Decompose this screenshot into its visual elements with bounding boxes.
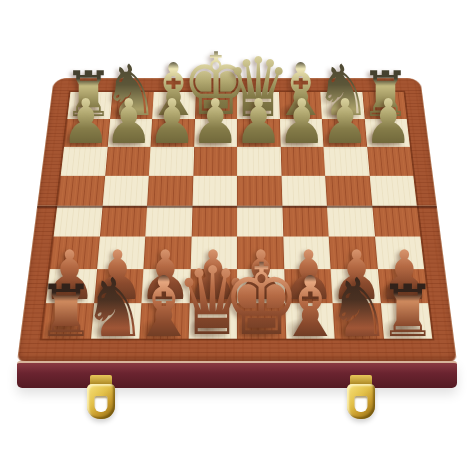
piece-shadow <box>190 318 228 339</box>
square-d1 <box>188 303 237 338</box>
square-e4 <box>237 206 283 237</box>
square-g1 <box>333 303 384 338</box>
square-a4 <box>54 206 103 237</box>
piece-shadow <box>281 103 315 119</box>
square-b6 <box>105 147 151 176</box>
piece-shadow <box>367 130 402 146</box>
piece-shadow <box>239 103 272 119</box>
square-a6 <box>61 147 108 176</box>
piece-shadow <box>239 283 276 303</box>
square-f5 <box>281 175 327 205</box>
piece-shadow <box>191 283 228 303</box>
square-h5 <box>369 175 417 205</box>
board-frame <box>17 78 457 362</box>
board-grid <box>42 92 433 339</box>
piece-shadow <box>381 283 420 303</box>
square-c2 <box>141 269 190 303</box>
latch-loop-icon <box>87 384 115 419</box>
square-e5 <box>237 175 282 205</box>
square-c5 <box>147 175 193 205</box>
square-e2 <box>237 269 285 303</box>
piece-shadow <box>333 283 371 303</box>
piece-shadow <box>48 283 87 303</box>
square-f3 <box>283 237 331 270</box>
square-f4 <box>282 206 329 237</box>
square-b2 <box>94 269 144 303</box>
square-d5 <box>192 175 237 205</box>
square-c7 <box>151 119 195 147</box>
square-a1 <box>42 303 94 338</box>
board-perspective-wrapper <box>17 0 457 362</box>
square-g6 <box>323 147 369 176</box>
square-f7 <box>279 119 323 147</box>
latch-loop-icon <box>347 384 375 419</box>
square-c6 <box>149 147 194 176</box>
square-e7 <box>237 119 280 147</box>
piece-shadow <box>143 283 181 303</box>
square-g4 <box>327 206 375 237</box>
square-d2 <box>189 269 237 303</box>
chess-board <box>17 78 457 362</box>
square-e3 <box>237 237 284 270</box>
square-g7 <box>322 119 367 147</box>
piece-shadow <box>239 318 277 339</box>
square-a5 <box>57 175 105 205</box>
square-h1 <box>380 303 432 338</box>
piece-shadow <box>69 103 104 119</box>
square-g2 <box>331 269 381 303</box>
piece-shadow <box>111 103 145 119</box>
square-h7 <box>364 119 410 147</box>
piece-shadow <box>154 103 188 119</box>
piece-shadow <box>365 103 399 119</box>
latch-hole <box>95 396 108 412</box>
box-front-edge <box>17 361 457 388</box>
piece-shadow <box>195 130 229 146</box>
square-f8 <box>279 92 322 119</box>
piece-shadow <box>323 103 357 119</box>
piece-shadow <box>92 318 131 339</box>
square-a8 <box>67 92 112 119</box>
square-e1 <box>237 303 286 338</box>
latch-left <box>84 375 118 427</box>
square-c8 <box>152 92 195 119</box>
square-c3 <box>143 237 191 270</box>
piece-shadow <box>239 130 273 146</box>
square-b1 <box>91 303 142 338</box>
square-a3 <box>50 237 100 270</box>
square-g3 <box>329 237 378 270</box>
square-h6 <box>367 147 414 176</box>
piece-shadow <box>152 130 186 146</box>
square-d8 <box>195 92 237 119</box>
piece-shadow <box>287 318 326 339</box>
piece-shadow <box>324 130 359 146</box>
square-d4 <box>191 206 237 237</box>
square-f2 <box>284 269 333 303</box>
square-f6 <box>280 147 325 176</box>
square-f1 <box>285 303 335 338</box>
product-photo-chess-set: ♜♞♝♚♛♝♞♜♟♟♟♟♟♟♟♟♟♟♟♟♟♟♟♟♜♞♝♛♚♝♞♜ <box>0 0 474 474</box>
square-h3 <box>375 237 425 270</box>
square-a7 <box>64 119 110 147</box>
square-b4 <box>99 206 147 237</box>
fold-seam <box>37 205 437 208</box>
square-g8 <box>320 92 364 119</box>
square-d7 <box>194 119 237 147</box>
square-h8 <box>362 92 407 119</box>
square-b5 <box>102 175 149 205</box>
piece-shadow <box>196 103 229 119</box>
piece-shadow <box>286 283 324 303</box>
square-d3 <box>190 237 237 270</box>
piece-shadow <box>384 318 424 339</box>
piece-shadow <box>281 130 315 146</box>
square-g5 <box>325 175 372 205</box>
square-e8 <box>237 92 279 119</box>
square-d6 <box>193 147 237 176</box>
square-h2 <box>377 269 428 303</box>
square-c4 <box>145 206 192 237</box>
square-a2 <box>46 269 97 303</box>
square-b8 <box>110 92 154 119</box>
latch-hole <box>355 396 368 412</box>
square-h4 <box>372 206 421 237</box>
latch-right <box>344 375 378 427</box>
piece-shadow <box>335 318 374 339</box>
piece-shadow <box>44 318 84 339</box>
square-e6 <box>237 147 281 176</box>
square-c1 <box>139 303 189 338</box>
piece-shadow <box>66 130 101 146</box>
piece-shadow <box>96 283 135 303</box>
piece-shadow <box>141 318 180 339</box>
piece-shadow <box>109 130 144 146</box>
square-b7 <box>107 119 152 147</box>
square-b3 <box>97 237 146 270</box>
